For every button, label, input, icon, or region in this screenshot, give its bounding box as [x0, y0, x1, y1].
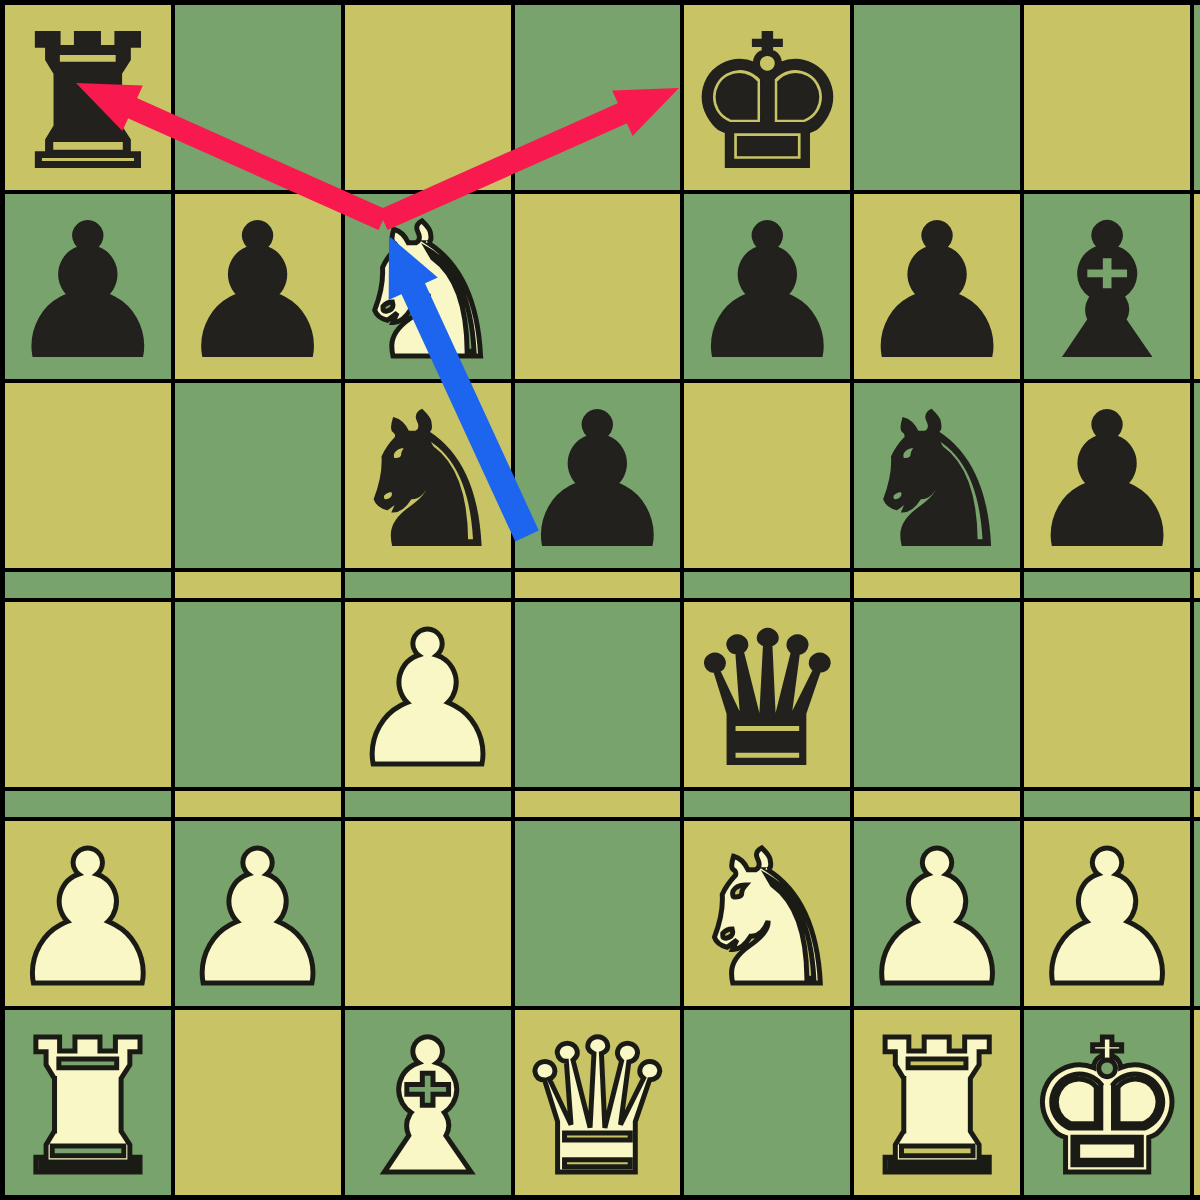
white-pawn: ♟	[345, 608, 511, 793]
square-g4[interactable]	[1024, 602, 1190, 787]
square-c7[interactable]: ♞	[345, 194, 511, 379]
black-king: ♚	[684, 11, 850, 196]
square-b1[interactable]	[175, 1010, 341, 1195]
white-bishop: ♝	[345, 1016, 511, 1200]
square-g2[interactable]: ♟	[1024, 821, 1190, 1006]
black-knight: ♞	[345, 389, 511, 574]
square-h4[interactable]	[1194, 602, 1200, 787]
square-h8[interactable]: ♜	[1194, 5, 1200, 190]
square-g7[interactable]: ♝	[1024, 194, 1190, 379]
square-a7[interactable]: ♟	[5, 194, 171, 379]
black-rook: ♜	[1194, 11, 1200, 196]
square-f6[interactable]: ♞	[854, 383, 1020, 568]
square-d2[interactable]	[515, 821, 681, 1006]
white-pawn: ♟	[1024, 827, 1190, 1012]
square-e7[interactable]: ♟	[684, 194, 850, 379]
square-a8[interactable]: ♜	[5, 5, 171, 190]
square-d6[interactable]: ♟	[515, 383, 681, 568]
square-f8[interactable]	[854, 5, 1020, 190]
white-knight: ♞	[684, 827, 850, 1012]
square-e6[interactable]	[684, 383, 850, 568]
black-pawn: ♟	[854, 200, 1020, 385]
square-f7[interactable]: ♟	[854, 194, 1020, 379]
black-pawn: ♟	[175, 200, 341, 385]
square-a4[interactable]	[5, 602, 171, 787]
white-rook: ♜	[5, 1016, 171, 1200]
square-a5[interactable]	[5, 572, 171, 598]
square-b6[interactable]	[175, 383, 341, 568]
black-bishop: ♝	[1024, 200, 1190, 385]
square-b8[interactable]	[175, 5, 341, 190]
square-e2[interactable]: ♞	[684, 821, 850, 1006]
square-f1[interactable]: ♜	[854, 1010, 1020, 1195]
square-b2[interactable]: ♟	[175, 821, 341, 1006]
square-b7[interactable]: ♟	[175, 194, 341, 379]
chess-board: ♜♚♜♟♟♞♟♟♝♟♞♟♞♟♟♛♟♟♞♟♟♟♜♝♛♜♚	[0, 0, 1200, 1200]
black-knight: ♞	[854, 389, 1020, 574]
square-h5[interactable]	[1194, 572, 1200, 598]
square-e4[interactable]: ♛	[684, 602, 850, 787]
square-d7[interactable]	[515, 194, 681, 379]
white-knight: ♞	[345, 200, 511, 385]
square-c1[interactable]: ♝	[345, 1010, 511, 1195]
square-a2[interactable]: ♟	[5, 821, 171, 1006]
white-pawn: ♟	[1194, 827, 1200, 1012]
square-c6[interactable]: ♞	[345, 383, 511, 568]
square-h6[interactable]	[1194, 383, 1200, 568]
square-f2[interactable]: ♟	[854, 821, 1020, 1006]
square-f4[interactable]	[854, 602, 1020, 787]
square-b4[interactable]	[175, 602, 341, 787]
square-c2[interactable]	[345, 821, 511, 1006]
black-pawn: ♟	[5, 200, 171, 385]
square-h7[interactable]: ♟	[1194, 194, 1200, 379]
square-h2[interactable]: ♟	[1194, 821, 1200, 1006]
white-pawn: ♟	[5, 827, 171, 1012]
square-h1[interactable]	[1194, 1010, 1200, 1195]
square-a6[interactable]	[5, 383, 171, 568]
white-pawn: ♟	[854, 827, 1020, 1012]
black-pawn: ♟	[1194, 200, 1200, 385]
square-c8[interactable]	[345, 5, 511, 190]
square-g8[interactable]	[1024, 5, 1190, 190]
white-queen: ♛	[515, 1016, 681, 1200]
square-d3[interactable]	[515, 791, 681, 817]
square-a1[interactable]: ♜	[5, 1010, 171, 1195]
square-d1[interactable]: ♛	[515, 1010, 681, 1195]
black-pawn: ♟	[515, 389, 681, 574]
square-e8[interactable]: ♚	[684, 5, 850, 190]
white-rook: ♜	[854, 1016, 1020, 1200]
white-king: ♚	[1024, 1016, 1190, 1200]
square-e1[interactable]	[684, 1010, 850, 1195]
white-pawn: ♟	[175, 827, 341, 1012]
square-d4[interactable]	[515, 602, 681, 787]
black-rook: ♜	[5, 11, 171, 196]
square-c4[interactable]: ♟	[345, 602, 511, 787]
square-g1[interactable]: ♚	[1024, 1010, 1190, 1195]
black-pawn: ♟	[1024, 389, 1190, 574]
black-queen: ♛	[684, 608, 850, 793]
black-pawn: ♟	[684, 200, 850, 385]
square-d8[interactable]	[515, 5, 681, 190]
chess-board-container: ♜♚♜♟♟♞♟♟♝♟♞♟♞♟♟♛♟♟♞♟♟♟♜♝♛♜♚	[0, 0, 1200, 1200]
square-g6[interactable]: ♟	[1024, 383, 1190, 568]
square-b5[interactable]	[175, 572, 341, 598]
